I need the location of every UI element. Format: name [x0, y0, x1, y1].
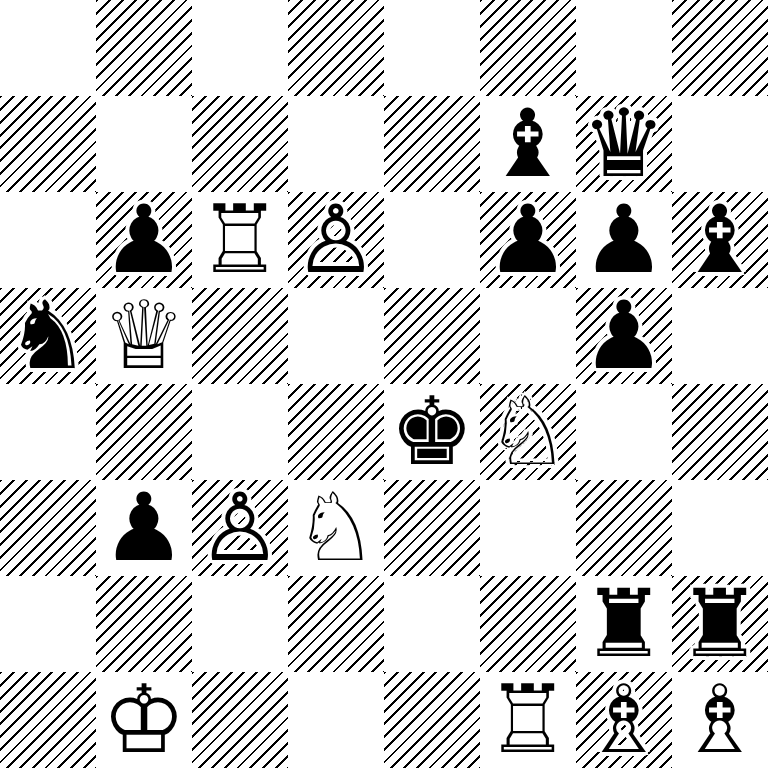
square-c3[interactable]: ♙	[192, 480, 288, 576]
square-h5[interactable]	[672, 288, 768, 384]
square-a8[interactable]	[0, 0, 96, 96]
square-g2[interactable]: ♜	[576, 576, 672, 672]
square-a3[interactable]	[0, 480, 96, 576]
square-c1[interactable]	[192, 672, 288, 768]
black-pawn-icon[interactable]: ♟	[582, 192, 666, 288]
square-f1[interactable]: ♖	[480, 672, 576, 768]
chess-board: ♝♛♟♖♙♟♟♝♞♕♟♚♘♟♙♘♜♜♔♖♗♗	[0, 0, 768, 768]
black-queen-icon[interactable]: ♛	[582, 96, 666, 192]
white-knight-icon[interactable]: ♘	[486, 384, 570, 480]
white-bishop-icon[interactable]: ♗	[582, 672, 666, 768]
white-knight-icon[interactable]: ♘	[294, 480, 378, 576]
square-h1[interactable]: ♗	[672, 672, 768, 768]
square-d6[interactable]: ♙	[288, 192, 384, 288]
square-d3[interactable]: ♘	[288, 480, 384, 576]
square-g4[interactable]	[576, 384, 672, 480]
square-a1[interactable]	[0, 672, 96, 768]
square-g5[interactable]: ♟	[576, 288, 672, 384]
square-b2[interactable]	[96, 576, 192, 672]
white-pawn-icon[interactable]: ♙	[294, 192, 378, 288]
black-pawn-icon[interactable]: ♟	[102, 192, 186, 288]
square-f6[interactable]: ♟	[480, 192, 576, 288]
square-b1[interactable]: ♔	[96, 672, 192, 768]
square-a4[interactable]	[0, 384, 96, 480]
black-king-icon[interactable]: ♚	[390, 384, 474, 480]
black-bishop-icon[interactable]: ♝	[678, 192, 762, 288]
square-c2[interactable]	[192, 576, 288, 672]
square-e1[interactable]	[384, 672, 480, 768]
square-g6[interactable]: ♟	[576, 192, 672, 288]
square-b3[interactable]: ♟	[96, 480, 192, 576]
square-e3[interactable]	[384, 480, 480, 576]
square-d5[interactable]	[288, 288, 384, 384]
square-a5[interactable]: ♞	[0, 288, 96, 384]
square-b4[interactable]	[96, 384, 192, 480]
square-h6[interactable]: ♝	[672, 192, 768, 288]
white-queen-icon[interactable]: ♕	[102, 288, 186, 384]
black-pawn-icon[interactable]: ♟	[102, 480, 186, 576]
white-king-icon[interactable]: ♔	[102, 672, 186, 768]
black-pawn-icon[interactable]: ♟	[582, 288, 666, 384]
square-b5[interactable]: ♕	[96, 288, 192, 384]
square-d8[interactable]	[288, 0, 384, 96]
white-rook-icon[interactable]: ♖	[486, 672, 570, 768]
square-h7[interactable]	[672, 96, 768, 192]
square-e6[interactable]	[384, 192, 480, 288]
square-a2[interactable]	[0, 576, 96, 672]
white-bishop-icon[interactable]: ♗	[678, 672, 762, 768]
square-e5[interactable]	[384, 288, 480, 384]
black-knight-icon[interactable]: ♞	[6, 288, 90, 384]
square-e2[interactable]	[384, 576, 480, 672]
black-rook-icon[interactable]: ♜	[582, 576, 666, 672]
square-h8[interactable]	[672, 0, 768, 96]
square-g3[interactable]	[576, 480, 672, 576]
square-f7[interactable]: ♝	[480, 96, 576, 192]
square-f2[interactable]	[480, 576, 576, 672]
square-c6[interactable]: ♖	[192, 192, 288, 288]
square-d1[interactable]	[288, 672, 384, 768]
square-g8[interactable]	[576, 0, 672, 96]
square-e7[interactable]	[384, 96, 480, 192]
square-c5[interactable]	[192, 288, 288, 384]
square-d4[interactable]	[288, 384, 384, 480]
square-h3[interactable]	[672, 480, 768, 576]
square-g1[interactable]: ♗	[576, 672, 672, 768]
square-f5[interactable]	[480, 288, 576, 384]
square-e4[interactable]: ♚	[384, 384, 480, 480]
white-pawn-icon[interactable]: ♙	[198, 480, 282, 576]
square-f8[interactable]	[480, 0, 576, 96]
white-rook-icon[interactable]: ♖	[198, 192, 282, 288]
square-e8[interactable]	[384, 0, 480, 96]
square-c4[interactable]	[192, 384, 288, 480]
square-h2[interactable]: ♜	[672, 576, 768, 672]
square-f3[interactable]	[480, 480, 576, 576]
square-b7[interactable]	[96, 96, 192, 192]
square-g7[interactable]: ♛	[576, 96, 672, 192]
square-d7[interactable]	[288, 96, 384, 192]
square-f4[interactable]: ♘	[480, 384, 576, 480]
black-pawn-icon[interactable]: ♟	[486, 192, 570, 288]
black-bishop-icon[interactable]: ♝	[486, 96, 570, 192]
square-d2[interactable]	[288, 576, 384, 672]
square-b8[interactable]	[96, 0, 192, 96]
square-a6[interactable]	[0, 192, 96, 288]
square-c7[interactable]	[192, 96, 288, 192]
square-h4[interactable]	[672, 384, 768, 480]
square-b6[interactable]: ♟	[96, 192, 192, 288]
square-a7[interactable]	[0, 96, 96, 192]
black-rook-icon[interactable]: ♜	[678, 576, 762, 672]
square-c8[interactable]	[192, 0, 288, 96]
